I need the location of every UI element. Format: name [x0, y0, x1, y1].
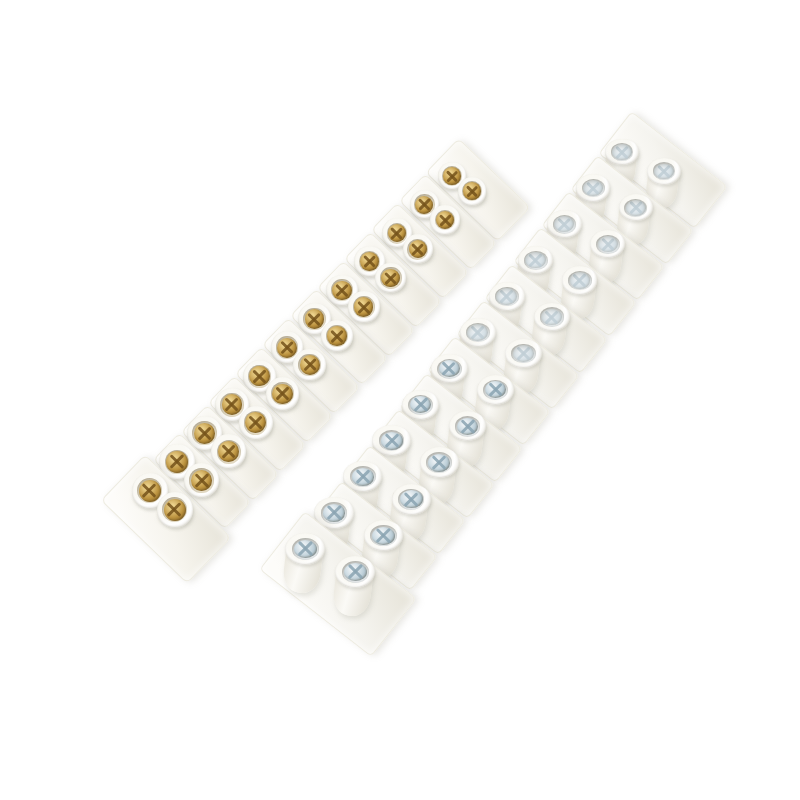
screw-slot — [460, 419, 475, 434]
terminal-opening — [402, 390, 440, 420]
terminal-entry — [364, 520, 403, 552]
terminal-entry — [619, 194, 653, 221]
screw-slot — [586, 181, 599, 194]
terminal-entry — [518, 246, 553, 274]
clamp-screw — [626, 200, 646, 216]
clamp-screw — [327, 326, 347, 346]
clamp-screw — [352, 468, 374, 486]
segment-body — [371, 409, 494, 519]
screw-slot — [384, 433, 399, 448]
terminal-entry — [211, 434, 246, 469]
clamp-screw — [428, 454, 450, 472]
terminal-entry-wall — [382, 228, 411, 245]
terminal-opening — [298, 303, 330, 335]
clamp-screw — [525, 252, 545, 268]
wire-hole — [271, 382, 294, 405]
screw-slot — [276, 387, 290, 401]
wire-hole — [611, 143, 634, 161]
terminal-strip-large — [0, 0, 800, 800]
clamp-screw — [443, 167, 461, 185]
terminal-opening — [562, 266, 597, 294]
wire-hole — [353, 296, 375, 318]
wire-hole — [462, 181, 482, 201]
terminal-entry — [348, 291, 379, 322]
wire-hole — [192, 421, 216, 445]
terminal-opening — [449, 411, 487, 441]
screw-slot — [629, 201, 642, 214]
terminal-opening — [321, 320, 353, 352]
terminal-entry-wall — [354, 257, 383, 274]
clamp-screw — [485, 381, 506, 398]
wire-hole — [437, 359, 462, 379]
terminal-entry — [562, 266, 597, 294]
screw-slot — [384, 272, 397, 285]
terminal-opening — [489, 282, 525, 311]
screw-slot — [376, 528, 391, 543]
wire-hole — [524, 251, 548, 270]
terminal-entry — [343, 461, 382, 492]
wire-hole — [653, 162, 676, 180]
screw-slot — [357, 300, 370, 313]
terminal-entry-wall — [427, 363, 466, 411]
terminal-entry-wall — [602, 147, 638, 191]
screw-slot — [249, 416, 263, 430]
terminal-entry — [458, 177, 487, 206]
terminal-opening — [477, 375, 514, 405]
terminal-opening — [458, 177, 487, 206]
terminal-opening — [326, 275, 357, 306]
screw-slot — [225, 398, 239, 412]
terminal-opening — [215, 388, 249, 422]
screw-slot — [545, 310, 559, 324]
wire-hole — [624, 199, 647, 217]
wire-hole — [326, 325, 348, 347]
clamp-screw — [372, 527, 395, 545]
terminal-entry-wall — [281, 543, 323, 595]
terminal-entry — [430, 205, 459, 234]
segment-body — [426, 138, 531, 242]
segment-body — [262, 318, 360, 415]
segment-body — [153, 433, 251, 530]
clamp-screw — [541, 309, 562, 326]
terminal-entry-wall — [271, 342, 302, 360]
screw-slot — [194, 473, 209, 488]
wire-hole — [162, 497, 187, 522]
terminal-opening — [335, 556, 375, 588]
wire-hole — [244, 411, 268, 435]
screw-slot — [355, 469, 370, 484]
segment-body — [208, 375, 306, 472]
screw-slot — [280, 341, 294, 355]
screw-slot — [657, 165, 670, 178]
wire-hole — [248, 365, 271, 388]
screw-slot — [558, 217, 572, 231]
terminal-entry-wall — [615, 202, 651, 247]
terminal-entry — [402, 390, 440, 420]
terminal-opening — [132, 473, 168, 509]
terminal-opening — [534, 303, 570, 332]
screw-slot — [446, 170, 458, 182]
terminal-entry-wall — [294, 360, 325, 378]
screw-slot — [167, 502, 182, 517]
screw-slot — [225, 398, 239, 412]
clamp-screw — [388, 224, 406, 242]
terminal-opening — [285, 533, 325, 565]
terminal-entry — [420, 447, 458, 478]
terminal-entry — [590, 230, 625, 258]
terminal-opening — [239, 406, 273, 440]
clamp-screw — [305, 309, 325, 329]
clamp-screw — [164, 499, 186, 521]
terminal-entry — [314, 497, 353, 529]
terminal-entry — [438, 162, 467, 191]
wire-hole — [137, 478, 162, 503]
screw-slot — [335, 284, 348, 297]
clamp-screw — [222, 394, 243, 415]
wire-hole — [483, 380, 508, 400]
segment-body — [314, 481, 437, 591]
screw-slot — [170, 455, 185, 470]
wire-hole — [495, 287, 519, 306]
terminal-entry-wall — [266, 389, 298, 408]
clamp-screw — [513, 345, 534, 362]
terminal-entry-wall — [445, 420, 485, 469]
terminal-entry — [271, 331, 304, 364]
terminal-opening — [348, 291, 379, 322]
screw-slot — [249, 416, 263, 430]
terminal-opening — [343, 461, 382, 492]
wire-hole — [442, 166, 462, 186]
segment-body — [317, 260, 415, 357]
terminal-entry — [321, 320, 353, 352]
clamp-screw — [439, 360, 460, 377]
terminal-opening — [187, 416, 222, 451]
terminal-entry-wall — [184, 475, 218, 495]
terminal-entry — [285, 533, 325, 565]
terminal-entry-wall — [573, 183, 609, 228]
screw-slot — [466, 185, 478, 197]
terminal-entry-wall — [502, 348, 541, 396]
screw-slot — [326, 505, 341, 520]
screw-slot — [412, 243, 424, 255]
segment-body — [235, 347, 333, 444]
wire-hole — [217, 440, 241, 464]
screw-slot — [657, 165, 670, 178]
screw-slot — [615, 145, 628, 158]
screw-slot — [221, 444, 235, 458]
terminal-opening — [372, 425, 410, 456]
product-photo: Product photo of two white nylon 12-way … — [0, 0, 800, 800]
screw-slot — [194, 473, 209, 488]
wire-hole — [596, 235, 619, 254]
screw-slot — [500, 289, 514, 303]
screw-slot — [442, 361, 456, 375]
terminal-opening — [438, 162, 467, 191]
terminal-entry — [403, 234, 433, 264]
screw-slot — [326, 505, 341, 520]
segment-body — [513, 228, 636, 338]
clamp-screw — [415, 196, 433, 214]
terminal-entry — [266, 377, 299, 410]
segment-body — [399, 174, 497, 271]
screw-slot — [347, 564, 363, 580]
segment-body — [485, 264, 608, 374]
clamp-screw — [410, 396, 432, 413]
terminal-opening — [293, 349, 326, 382]
screw-slot — [488, 383, 502, 397]
wire-hole — [466, 323, 491, 343]
wire-hole — [511, 344, 536, 364]
terminal-strip-small — [0, 0, 800, 800]
terminal-entry-wall — [157, 504, 191, 524]
segment-body — [428, 336, 551, 446]
terminal-entry-wall — [239, 417, 271, 436]
clamp-screw — [354, 297, 373, 316]
terminal-entry-wall — [243, 371, 275, 390]
wire-hole — [342, 561, 369, 583]
clamp-screw — [598, 236, 618, 252]
screw-slot — [442, 361, 456, 375]
terminal-entry — [534, 303, 570, 332]
terminal-opening — [420, 447, 458, 478]
clamp-screw — [300, 355, 320, 375]
wire-hole — [398, 489, 424, 510]
wire-hole — [540, 307, 564, 326]
terminal-entry — [132, 473, 168, 509]
terminal-entry — [547, 210, 582, 238]
screw-slot — [363, 255, 376, 268]
screw-slot — [488, 383, 502, 397]
wire-hole — [303, 308, 325, 330]
clamp-screw — [457, 418, 479, 435]
terminal-opening — [271, 331, 304, 364]
wire-hole — [220, 393, 244, 417]
clamp-screw — [323, 504, 346, 522]
wire-hole — [359, 251, 380, 272]
wire-hole — [379, 430, 405, 451]
segment-body — [344, 232, 442, 329]
wire-hole — [582, 179, 605, 197]
clamp-screw — [194, 423, 215, 444]
terminal-opening — [243, 360, 276, 393]
terminal-entry-wall — [410, 200, 438, 217]
terminal-entry — [477, 375, 514, 405]
screw-slot — [197, 426, 211, 440]
terminal-entry-wall — [310, 507, 352, 558]
terminal-entry-wall — [587, 239, 624, 284]
terminal-entry-wall — [321, 331, 352, 349]
wire-hole — [455, 416, 480, 436]
wire-hole — [292, 538, 319, 560]
terminal-entry — [159, 444, 194, 479]
terminal-opening — [157, 492, 193, 528]
terminal-opening — [211, 434, 246, 469]
terminal-opening — [590, 230, 625, 258]
terminal-entry — [354, 246, 385, 277]
screw-slot — [357, 300, 370, 313]
screw-slot — [303, 358, 317, 372]
terminal-entry — [157, 492, 193, 528]
terminal-entry-wall — [369, 435, 410, 485]
clamp-screw — [272, 384, 292, 404]
wire-hole — [426, 452, 452, 473]
terminal-entry — [605, 139, 639, 166]
screw-slot — [432, 455, 447, 470]
screw-slot — [303, 358, 317, 372]
terminal-entry-wall — [376, 273, 405, 290]
segment-body — [342, 445, 465, 555]
screw-slot — [615, 145, 628, 158]
terminal-opening — [518, 246, 553, 274]
terminal-opening — [410, 190, 439, 219]
clamp-screw — [218, 441, 239, 462]
clamp-screw — [400, 490, 422, 508]
terminal-entry-wall — [398, 399, 438, 448]
clamp-screw — [166, 451, 188, 473]
wire-hole — [189, 468, 214, 493]
wire-hole — [298, 354, 321, 377]
screw-slot — [297, 541, 313, 557]
screw-slot — [432, 455, 447, 470]
screw-slot — [280, 341, 294, 355]
screw-slot — [308, 312, 321, 325]
wire-hole — [553, 215, 576, 234]
terminal-entry — [647, 158, 681, 185]
wire-hole — [387, 223, 408, 244]
screw-slot — [221, 444, 235, 458]
clamp-screw — [463, 182, 481, 200]
terminal-opening — [430, 205, 459, 234]
wire-hole — [370, 525, 397, 546]
terminal-entry-wall — [187, 428, 220, 448]
clamp-screw — [612, 144, 631, 159]
segment-body — [371, 203, 469, 300]
screw-slot — [308, 312, 321, 325]
clamp-screw — [381, 269, 400, 288]
screw-slot — [446, 170, 458, 182]
screw-slot — [439, 214, 451, 226]
terminal-entry-wall — [132, 485, 166, 505]
clamp-screw — [570, 272, 590, 288]
clamp-screw — [583, 180, 603, 196]
terminal-entry-wall — [644, 166, 680, 210]
screw-slot — [297, 541, 313, 557]
screw-slot — [142, 483, 157, 498]
terminal-entry — [460, 318, 497, 347]
screw-slot — [418, 198, 430, 210]
screw-slot — [418, 198, 430, 210]
wire-hole — [435, 210, 455, 230]
clamp-screw — [344, 563, 367, 581]
segment-body — [259, 511, 416, 657]
terminal-entry — [293, 349, 326, 382]
screw-slot — [276, 387, 290, 401]
wire-hole — [350, 466, 376, 487]
terminal-opening — [547, 210, 582, 238]
terminal-opening — [460, 318, 497, 347]
screw-slot — [439, 214, 451, 226]
terminal-entry — [449, 411, 487, 441]
screw-slot — [413, 397, 428, 412]
terminal-entry — [489, 282, 525, 311]
terminal-entry-wall — [473, 384, 512, 432]
wire-hole — [321, 502, 348, 523]
screw-slot — [330, 329, 343, 342]
terminal-opening — [375, 263, 406, 294]
clamp-screw — [139, 480, 161, 502]
terminal-entry — [382, 218, 412, 248]
clamp-screw — [654, 164, 673, 179]
terminal-entry — [576, 174, 610, 201]
terminal-opening — [159, 444, 194, 479]
terminal-entry-wall — [416, 457, 457, 507]
screw-slot — [376, 528, 391, 543]
terminal-entry-wall — [456, 327, 495, 375]
segment-body — [542, 191, 665, 301]
screw-slot — [412, 243, 424, 255]
terminal-opening — [576, 174, 610, 201]
terminal-opening — [619, 194, 653, 221]
screw-slot — [413, 397, 428, 412]
screw-slot — [586, 181, 599, 194]
terminal-entry — [243, 360, 276, 393]
terminal-entry — [187, 416, 222, 451]
screw-slot — [330, 329, 343, 342]
clamp-screw — [294, 540, 317, 558]
terminal-opening — [403, 234, 433, 264]
screw-slot — [142, 483, 157, 498]
screw-slot — [573, 274, 587, 288]
clamp-screw — [467, 324, 488, 341]
screw-slot — [363, 255, 376, 268]
terminal-entry-wall — [326, 285, 356, 303]
terminal-entry-wall — [543, 219, 580, 264]
terminal-entry — [410, 190, 439, 219]
clamp-screw — [360, 252, 379, 271]
terminal-entry — [505, 339, 542, 368]
screw-slot — [347, 564, 363, 580]
wire-hole — [408, 395, 433, 415]
segment-body — [101, 455, 232, 584]
screw-slot — [335, 284, 348, 297]
terminal-entry — [239, 406, 273, 440]
wire-hole — [331, 279, 353, 301]
terminal-opening — [605, 139, 639, 166]
screw-slot — [529, 253, 543, 267]
clamp-screw — [245, 412, 266, 433]
clamp-screw — [436, 211, 454, 229]
screw-slot — [384, 433, 399, 448]
screw-slot — [629, 201, 642, 214]
terminal-opening — [354, 246, 385, 277]
terminal-entry-wall — [211, 446, 244, 466]
terminal-opening — [184, 463, 219, 498]
terminal-entry — [392, 484, 431, 515]
segment-body — [289, 289, 387, 386]
screw-slot — [253, 369, 267, 383]
terminal-entry-wall — [388, 493, 429, 544]
terminal-entry-wall — [339, 471, 380, 522]
clamp-screw — [332, 281, 351, 300]
clamp-screw — [409, 240, 427, 258]
wire-hole — [414, 194, 434, 214]
clamp-screw — [249, 366, 269, 386]
screw-slot — [573, 274, 587, 288]
terminal-entry — [184, 463, 219, 498]
screw-slot — [545, 310, 559, 324]
terminal-opening — [505, 339, 542, 368]
terminal-entry — [431, 354, 468, 384]
